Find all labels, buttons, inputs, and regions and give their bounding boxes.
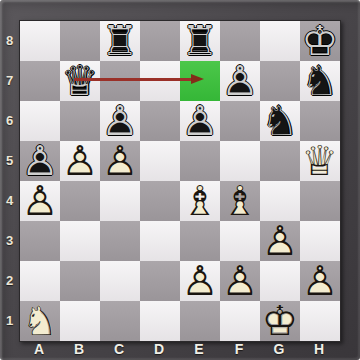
square-b3[interactable]: [60, 221, 100, 261]
square-c1[interactable]: [100, 301, 140, 341]
square-a1[interactable]: ♞♘: [20, 301, 60, 341]
black-knight[interactable]: ♞♘: [260, 101, 300, 141]
square-b6[interactable]: [60, 101, 100, 141]
square-d4[interactable]: [140, 181, 180, 221]
square-a3[interactable]: [20, 221, 60, 261]
piece-outline-layer: ♗: [180, 181, 220, 221]
square-g2[interactable]: [260, 261, 300, 301]
square-d5[interactable]: [140, 141, 180, 181]
white-bishop[interactable]: ♝♗: [220, 181, 260, 221]
white-knight[interactable]: ♞♘: [20, 301, 60, 341]
square-c3[interactable]: [100, 221, 140, 261]
rank-label-5: 5: [2, 140, 17, 180]
square-h8[interactable]: ♚♔: [300, 21, 340, 61]
square-d2[interactable]: [140, 261, 180, 301]
file-label-c: C: [99, 340, 139, 357]
piece-outline-layer: ♙: [260, 221, 300, 261]
piece-outline-layer: ♔: [300, 21, 340, 61]
piece-outline-layer: ♙: [180, 261, 220, 301]
rank-label-2: 2: [2, 260, 17, 300]
square-a8[interactable]: [20, 21, 60, 61]
square-f3[interactable]: [220, 221, 260, 261]
square-e5[interactable]: [180, 141, 220, 181]
square-b4[interactable]: [60, 181, 100, 221]
white-bishop[interactable]: ♝♗: [180, 181, 220, 221]
piece-outline-layer: ♙: [20, 141, 60, 181]
file-label-b: B: [59, 340, 99, 357]
square-f7[interactable]: ♟♙: [220, 61, 260, 101]
piece-outline-layer: ♙: [300, 261, 340, 301]
square-h2[interactable]: ♟♙: [300, 261, 340, 301]
black-king[interactable]: ♚♔: [300, 21, 340, 61]
rank-label-1: 1: [2, 300, 17, 340]
square-b7[interactable]: ♛♕: [60, 61, 100, 101]
white-pawn[interactable]: ♟♙: [300, 261, 340, 301]
rank-label-4: 4: [2, 180, 17, 220]
square-f1[interactable]: [220, 301, 260, 341]
piece-outline-layer: ♘: [300, 61, 340, 101]
piece-outline-layer: ♖: [100, 21, 140, 61]
square-c4[interactable]: [100, 181, 140, 221]
square-c6[interactable]: ♟♙: [100, 101, 140, 141]
white-pawn[interactable]: ♟♙: [60, 141, 100, 181]
white-pawn[interactable]: ♟♙: [100, 141, 140, 181]
square-c2[interactable]: [100, 261, 140, 301]
square-d1[interactable]: [140, 301, 180, 341]
square-f2[interactable]: ♟♙: [220, 261, 260, 301]
square-e6[interactable]: ♟♙: [180, 101, 220, 141]
square-h1[interactable]: [300, 301, 340, 341]
square-a7[interactable]: [20, 61, 60, 101]
piece-outline-layer: ♙: [60, 141, 100, 181]
square-e4[interactable]: ♝♗: [180, 181, 220, 221]
square-e7[interactable]: [180, 61, 220, 101]
square-h4[interactable]: [300, 181, 340, 221]
piece-outline-layer: ♖: [180, 21, 220, 61]
black-pawn[interactable]: ♟♙: [100, 101, 140, 141]
file-label-h: H: [299, 340, 339, 357]
square-d6[interactable]: [140, 101, 180, 141]
piece-outline-layer: ♘: [260, 101, 300, 141]
square-a5[interactable]: ♟♙: [20, 141, 60, 181]
rank-label-7: 7: [2, 60, 17, 100]
square-b1[interactable]: [60, 301, 100, 341]
square-f5[interactable]: [220, 141, 260, 181]
square-g5[interactable]: [260, 141, 300, 181]
black-pawn[interactable]: ♟♙: [180, 101, 220, 141]
square-g6[interactable]: ♞♘: [260, 101, 300, 141]
piece-outline-layer: ♘: [20, 301, 60, 341]
square-f6[interactable]: [220, 101, 260, 141]
white-pawn[interactable]: ♟♙: [260, 221, 300, 261]
piece-outline-layer: ♙: [20, 181, 60, 221]
black-rook[interactable]: ♜♖: [100, 21, 140, 61]
white-pawn[interactable]: ♟♙: [220, 261, 260, 301]
black-pawn[interactable]: ♟♙: [220, 61, 260, 101]
square-c8[interactable]: ♜♖: [100, 21, 140, 61]
black-queen[interactable]: ♛♕: [60, 61, 100, 101]
square-h6[interactable]: [300, 101, 340, 141]
square-h5[interactable]: ♛♕: [300, 141, 340, 181]
file-label-e: E: [179, 340, 219, 357]
square-d3[interactable]: [140, 221, 180, 261]
square-c5[interactable]: ♟♙: [100, 141, 140, 181]
rank-label-3: 3: [2, 220, 17, 260]
black-rook[interactable]: ♜♖: [180, 21, 220, 61]
square-a2[interactable]: [20, 261, 60, 301]
square-e8[interactable]: ♜♖: [180, 21, 220, 61]
file-label-f: F: [219, 340, 259, 357]
square-g4[interactable]: [260, 181, 300, 221]
square-d7[interactable]: [140, 61, 180, 101]
piece-outline-layer: ♙: [220, 61, 260, 101]
piece-outline-layer: ♙: [100, 141, 140, 181]
white-pawn[interactable]: ♟♙: [20, 181, 60, 221]
white-pawn[interactable]: ♟♙: [180, 261, 220, 301]
square-e1[interactable]: [180, 301, 220, 341]
square-h7[interactable]: ♞♘: [300, 61, 340, 101]
square-g8[interactable]: [260, 21, 300, 61]
square-b8[interactable]: [60, 21, 100, 61]
black-knight[interactable]: ♞♘: [300, 61, 340, 101]
piece-outline-layer: ♔: [260, 301, 300, 341]
file-label-d: D: [139, 340, 179, 357]
square-a6[interactable]: [20, 101, 60, 141]
square-b5[interactable]: ♟♙: [60, 141, 100, 181]
square-h3[interactable]: [300, 221, 340, 261]
piece-outline-layer: ♕: [60, 61, 100, 101]
piece-outline-layer: ♙: [220, 261, 260, 301]
chess-app: ♜♖♜♖♚♔♛♕♟♙♞♘♟♙♟♙♞♘♟♙♟♙♟♙♛♕♟♙♝♗♝♗♟♙♟♙♟♙♟♙…: [0, 0, 360, 360]
square-g3[interactable]: ♟♙: [260, 221, 300, 261]
piece-outline-layer: ♙: [100, 101, 140, 141]
square-g7[interactable]: [260, 61, 300, 101]
rank-label-8: 8: [2, 20, 17, 60]
square-e2[interactable]: ♟♙: [180, 261, 220, 301]
piece-outline-layer: ♗: [220, 181, 260, 221]
square-g1[interactable]: ♚♔: [260, 301, 300, 341]
black-pawn[interactable]: ♟♙: [20, 141, 60, 181]
square-a4[interactable]: ♟♙: [20, 181, 60, 221]
square-f8[interactable]: [220, 21, 260, 61]
rank-label-6: 6: [2, 100, 17, 140]
square-f4[interactable]: ♝♗: [220, 181, 260, 221]
white-queen[interactable]: ♛♕: [300, 141, 340, 181]
white-king[interactable]: ♚♔: [260, 301, 300, 341]
chess-board: ♜♖♜♖♚♔♛♕♟♙♞♘♟♙♟♙♞♘♟♙♟♙♟♙♛♕♟♙♝♗♝♗♟♙♟♙♟♙♟♙…: [19, 20, 341, 342]
piece-outline-layer: ♙: [180, 101, 220, 141]
square-d8[interactable]: [140, 21, 180, 61]
square-b2[interactable]: [60, 261, 100, 301]
piece-outline-layer: ♕: [300, 141, 340, 181]
square-e3[interactable]: [180, 221, 220, 261]
square-c7[interactable]: [100, 61, 140, 101]
